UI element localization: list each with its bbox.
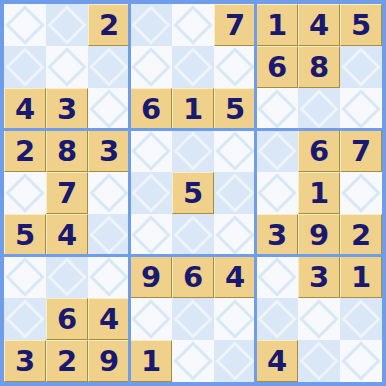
diamond-decoration <box>89 257 129 297</box>
diamond-decoration <box>5 5 45 45</box>
cell-r6c2[interactable]: 4 <box>46 214 88 256</box>
cell-r9c3[interactable]: 9 <box>88 340 130 382</box>
cell-digit: 1 <box>141 347 161 376</box>
cell-r3c4[interactable]: 6 <box>130 88 172 130</box>
diamond-decoration <box>89 47 129 87</box>
cell-r7c1[interactable] <box>4 256 46 298</box>
diamond-decoration <box>257 131 297 171</box>
cell-r8c2[interactable]: 6 <box>46 298 88 340</box>
cell-digit: 4 <box>15 95 35 124</box>
cell-digit: 2 <box>99 11 119 40</box>
cell-digit: 3 <box>99 137 119 166</box>
cell-r2c2[interactable] <box>46 46 88 88</box>
diamond-decoration <box>257 257 297 297</box>
cell-r8c4[interactable] <box>130 298 172 340</box>
diamond-decoration <box>257 299 297 339</box>
cell-digit: 5 <box>15 221 35 250</box>
diamond-decoration <box>5 299 45 339</box>
cell-r8c1[interactable] <box>4 298 46 340</box>
cell-digit: 9 <box>99 347 119 376</box>
diamond-decoration <box>173 299 213 339</box>
cell-r2c4[interactable] <box>130 46 172 88</box>
cell-r4c7[interactable] <box>256 130 298 172</box>
cell-r8c3[interactable]: 4 <box>88 298 130 340</box>
cell-r2c8[interactable]: 8 <box>298 46 340 88</box>
diamond-decoration <box>89 215 129 255</box>
cell-r7c3[interactable] <box>88 256 130 298</box>
diamond-decoration <box>47 5 87 45</box>
cell-digit: 2 <box>15 137 35 166</box>
cell-digit: 7 <box>351 137 371 166</box>
diamond-decoration <box>47 47 87 87</box>
cell-r7c6[interactable]: 4 <box>214 256 256 298</box>
cell-digit: 5 <box>351 11 371 40</box>
cell-r4c8[interactable]: 6 <box>298 130 340 172</box>
cell-r4c2[interactable]: 8 <box>46 130 88 172</box>
cell-r3c3[interactable] <box>88 88 130 130</box>
cell-r6c1[interactable]: 5 <box>4 214 46 256</box>
cell-digit: 4 <box>309 11 329 40</box>
cell-r9c1[interactable]: 3 <box>4 340 46 382</box>
cell-r1c3[interactable]: 2 <box>88 4 130 46</box>
cell-r1c2[interactable] <box>46 4 88 46</box>
cell-r1c4[interactable] <box>130 4 172 46</box>
cell-r8c9[interactable] <box>340 298 382 340</box>
diamond-decoration <box>173 131 213 171</box>
cell-r1c7[interactable]: 1 <box>256 4 298 46</box>
cell-r7c8[interactable]: 3 <box>298 256 340 298</box>
cell-digit: 1 <box>183 95 203 124</box>
cell-r6c8[interactable]: 9 <box>298 214 340 256</box>
cell-r9c4[interactable]: 1 <box>130 340 172 382</box>
cell-r4c6[interactable] <box>214 130 256 172</box>
diamond-decoration <box>89 173 129 213</box>
cell-r9c6[interactable] <box>214 340 256 382</box>
diamond-decoration <box>131 173 171 213</box>
cell-r7c9[interactable]: 1 <box>340 256 382 298</box>
cell-r3c2[interactable]: 3 <box>46 88 88 130</box>
diamond-decoration <box>89 89 129 129</box>
cell-r3c8[interactable] <box>298 88 340 130</box>
cell-r4c1[interactable]: 2 <box>4 130 46 172</box>
cell-r9c2[interactable]: 2 <box>46 340 88 382</box>
cell-r4c9[interactable]: 7 <box>340 130 382 172</box>
cell-r5c8[interactable]: 1 <box>298 172 340 214</box>
cell-r6c7[interactable]: 3 <box>256 214 298 256</box>
cell-digit: 1 <box>309 179 329 208</box>
diamond-decoration <box>131 215 171 255</box>
diamond-decoration <box>341 341 381 381</box>
cell-r6c3[interactable] <box>88 214 130 256</box>
diamond-decoration <box>131 299 171 339</box>
diamond-decoration <box>341 47 381 87</box>
diamond-decoration <box>341 173 381 213</box>
cell-r3c6[interactable]: 5 <box>214 88 256 130</box>
cell-digit: 8 <box>309 53 329 82</box>
cell-r2c3[interactable] <box>88 46 130 88</box>
diamond-decoration <box>299 299 339 339</box>
diamond-decoration <box>299 89 339 129</box>
cell-digit: 2 <box>57 347 77 376</box>
cell-digit: 9 <box>141 263 161 292</box>
cell-r9c7[interactable]: 4 <box>256 340 298 382</box>
cell-r5c1[interactable] <box>4 172 46 214</box>
cell-r3c7[interactable] <box>256 88 298 130</box>
cell-r5c2[interactable]: 7 <box>46 172 88 214</box>
cell-r4c5[interactable] <box>172 130 214 172</box>
diamond-decoration <box>131 47 171 87</box>
cell-digit: 8 <box>57 137 77 166</box>
diamond-decoration <box>341 299 381 339</box>
diamond-decoration <box>131 131 171 171</box>
diamond-decoration <box>131 5 171 45</box>
cell-r2c1[interactable] <box>4 46 46 88</box>
cell-digit: 3 <box>309 263 329 292</box>
diamond-decoration <box>5 173 45 213</box>
cell-r9c5[interactable] <box>172 340 214 382</box>
cell-r5c3[interactable] <box>88 172 130 214</box>
diamond-decoration <box>215 47 255 87</box>
cell-digit: 6 <box>57 305 77 334</box>
diamond-decoration <box>257 173 297 213</box>
cell-r4c4[interactable] <box>130 130 172 172</box>
cell-r7c2[interactable] <box>46 256 88 298</box>
cell-r2c9[interactable] <box>340 46 382 88</box>
diamond-decoration <box>215 131 255 171</box>
cell-r1c9[interactable]: 5 <box>340 4 382 46</box>
cell-digit: 9 <box>309 221 329 250</box>
cell-digit: 5 <box>225 95 245 124</box>
diamond-decoration <box>215 299 255 339</box>
cell-r1c1[interactable] <box>4 4 46 46</box>
diamond-decoration <box>47 257 87 297</box>
cell-r7c4[interactable]: 9 <box>130 256 172 298</box>
cell-digit: 5 <box>183 179 203 208</box>
diamond-decoration <box>173 215 213 255</box>
cell-r6c4[interactable] <box>130 214 172 256</box>
cell-r3c5[interactable]: 1 <box>172 88 214 130</box>
cell-r2c6[interactable] <box>214 46 256 88</box>
cell-digit: 6 <box>309 137 329 166</box>
cell-digit: 3 <box>57 95 77 124</box>
cell-digit: 4 <box>99 305 119 334</box>
cell-r9c8[interactable] <box>298 340 340 382</box>
diamond-decoration <box>257 89 297 129</box>
diamond-decoration <box>215 341 255 381</box>
cell-digit: 7 <box>57 179 77 208</box>
cell-r1c5[interactable] <box>172 4 214 46</box>
cell-r1c8[interactable]: 4 <box>298 4 340 46</box>
cell-digit: 6 <box>183 263 203 292</box>
cell-r8c8[interactable] <box>298 298 340 340</box>
sudoku-grid: 2714568436152836775154392964316432914 <box>4 4 382 382</box>
cell-r5c4[interactable] <box>130 172 172 214</box>
cell-r3c9[interactable] <box>340 88 382 130</box>
cell-r8c6[interactable] <box>214 298 256 340</box>
diamond-decoration <box>215 173 255 213</box>
cell-digit: 4 <box>225 263 245 292</box>
cell-r5c5[interactable]: 5 <box>172 172 214 214</box>
cell-digit: 1 <box>351 263 371 292</box>
cell-r2c7[interactable]: 6 <box>256 46 298 88</box>
cell-r7c7[interactable] <box>256 256 298 298</box>
diamond-decoration <box>215 215 255 255</box>
cell-r7c5[interactable]: 6 <box>172 256 214 298</box>
cell-digit: 1 <box>267 11 287 40</box>
diamond-decoration <box>5 257 45 297</box>
diamond-decoration <box>173 341 213 381</box>
diamond-decoration <box>173 47 213 87</box>
cell-r6c9[interactable]: 2 <box>340 214 382 256</box>
sudoku-board: 2714568436152836775154392964316432914 <box>0 0 386 386</box>
cell-r1c6[interactable]: 7 <box>214 4 256 46</box>
cell-r5c7[interactable] <box>256 172 298 214</box>
cell-digit: 3 <box>15 347 35 376</box>
diamond-decoration <box>299 341 339 381</box>
diamond-decoration <box>173 5 213 45</box>
cell-digit: 3 <box>267 221 287 250</box>
cell-r6c6[interactable] <box>214 214 256 256</box>
cell-r5c6[interactable] <box>214 172 256 214</box>
cell-r3c1[interactable]: 4 <box>4 88 46 130</box>
cell-digit: 4 <box>267 347 287 376</box>
diamond-decoration <box>5 47 45 87</box>
cell-digit: 2 <box>351 221 371 250</box>
cell-r5c9[interactable] <box>340 172 382 214</box>
cell-r8c7[interactable] <box>256 298 298 340</box>
cell-digit: 6 <box>267 53 287 82</box>
cell-digit: 6 <box>141 95 161 124</box>
cell-digit: 7 <box>225 11 245 40</box>
cell-r9c9[interactable] <box>340 340 382 382</box>
cell-digit: 4 <box>57 221 77 250</box>
cell-r4c3[interactable]: 3 <box>88 130 130 172</box>
diamond-decoration <box>341 89 381 129</box>
cell-r2c5[interactable] <box>172 46 214 88</box>
cell-r6c5[interactable] <box>172 214 214 256</box>
cell-r8c5[interactable] <box>172 298 214 340</box>
